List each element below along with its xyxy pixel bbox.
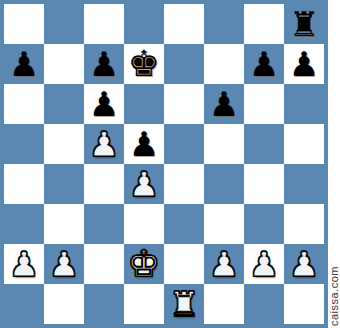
- piece-black-rook[interactable]: ♜: [289, 4, 319, 44]
- piece-white-pawn[interactable]: ♟: [49, 244, 79, 284]
- square-c2[interactable]: [84, 244, 124, 284]
- square-c4[interactable]: [84, 164, 124, 204]
- piece-black-pawn[interactable]: ♟: [89, 84, 119, 124]
- piece-black-pawn[interactable]: ♟: [209, 84, 239, 124]
- square-h4[interactable]: [284, 164, 324, 204]
- square-g3[interactable]: [244, 204, 284, 244]
- piece-black-pawn[interactable]: ♟: [89, 44, 119, 84]
- square-e7[interactable]: [164, 44, 204, 84]
- piece-white-rook[interactable]: ♜: [169, 284, 199, 324]
- square-b1[interactable]: [44, 284, 84, 324]
- piece-white-pawn[interactable]: ♟: [89, 124, 119, 164]
- square-c7[interactable]: ♟: [84, 44, 124, 84]
- square-a2[interactable]: ♟: [4, 244, 44, 284]
- square-g1[interactable]: [244, 284, 284, 324]
- square-a3[interactable]: [4, 204, 44, 244]
- square-f8[interactable]: [204, 4, 244, 44]
- square-e2[interactable]: [164, 244, 204, 284]
- square-a6[interactable]: [4, 84, 44, 124]
- square-g8[interactable]: [244, 4, 284, 44]
- square-b3[interactable]: [44, 204, 84, 244]
- square-c5[interactable]: ♟: [84, 124, 124, 164]
- square-a5[interactable]: [4, 124, 44, 164]
- piece-black-pawn[interactable]: ♟: [289, 44, 319, 84]
- square-c1[interactable]: [84, 284, 124, 324]
- square-g4[interactable]: [244, 164, 284, 204]
- piece-black-pawn[interactable]: ♟: [9, 44, 39, 84]
- square-b7[interactable]: [44, 44, 84, 84]
- square-d4[interactable]: ♟: [124, 164, 164, 204]
- square-f5[interactable]: [204, 124, 244, 164]
- square-h5[interactable]: [284, 124, 324, 164]
- square-g2[interactable]: ♟: [244, 244, 284, 284]
- square-a4[interactable]: [4, 164, 44, 204]
- chess-diagram: ♜♟♟♚♟♟♟♟♟♟♟♟♟♚♟♟♟♜ caissa.com: [0, 0, 340, 328]
- piece-white-pawn[interactable]: ♟: [129, 164, 159, 204]
- square-h3[interactable]: [284, 204, 324, 244]
- square-d8[interactable]: [124, 4, 164, 44]
- square-h2[interactable]: ♟: [284, 244, 324, 284]
- square-b4[interactable]: [44, 164, 84, 204]
- square-h1[interactable]: [284, 284, 324, 324]
- square-g6[interactable]: [244, 84, 284, 124]
- square-e6[interactable]: [164, 84, 204, 124]
- square-e5[interactable]: [164, 124, 204, 164]
- square-f6[interactable]: ♟: [204, 84, 244, 124]
- square-f4[interactable]: [204, 164, 244, 204]
- square-a1[interactable]: [4, 284, 44, 324]
- piece-black-pawn[interactable]: ♟: [129, 124, 159, 164]
- square-d1[interactable]: [124, 284, 164, 324]
- square-b6[interactable]: [44, 84, 84, 124]
- square-a7[interactable]: ♟: [4, 44, 44, 84]
- piece-black-pawn[interactable]: ♟: [249, 44, 279, 84]
- square-b5[interactable]: [44, 124, 84, 164]
- piece-white-pawn[interactable]: ♟: [289, 244, 319, 284]
- square-h8[interactable]: ♜: [284, 4, 324, 44]
- square-g5[interactable]: [244, 124, 284, 164]
- square-f2[interactable]: ♟: [204, 244, 244, 284]
- square-d5[interactable]: ♟: [124, 124, 164, 164]
- square-d6[interactable]: [124, 84, 164, 124]
- square-e1[interactable]: ♜: [164, 284, 204, 324]
- side-strip: caissa.com: [328, 0, 340, 328]
- square-a8[interactable]: [4, 4, 44, 44]
- piece-black-king[interactable]: ♚: [128, 44, 160, 84]
- square-d2[interactable]: ♚: [124, 244, 164, 284]
- piece-white-pawn[interactable]: ♟: [9, 244, 39, 284]
- site-watermark: caissa.com: [328, 266, 340, 328]
- square-f3[interactable]: [204, 204, 244, 244]
- square-b2[interactable]: ♟: [44, 244, 84, 284]
- square-d7[interactable]: ♚: [124, 44, 164, 84]
- square-h7[interactable]: ♟: [284, 44, 324, 84]
- square-b8[interactable]: [44, 4, 84, 44]
- square-g7[interactable]: ♟: [244, 44, 284, 84]
- square-h6[interactable]: [284, 84, 324, 124]
- square-c8[interactable]: [84, 4, 124, 44]
- square-e8[interactable]: [164, 4, 204, 44]
- chess-board: ♜♟♟♚♟♟♟♟♟♟♟♟♟♚♟♟♟♜: [0, 0, 328, 328]
- square-c3[interactable]: [84, 204, 124, 244]
- square-e4[interactable]: [164, 164, 204, 204]
- square-c6[interactable]: ♟: [84, 84, 124, 124]
- piece-white-pawn[interactable]: ♟: [209, 244, 239, 284]
- piece-white-king[interactable]: ♚: [128, 244, 160, 284]
- piece-white-pawn[interactable]: ♟: [249, 244, 279, 284]
- square-e3[interactable]: [164, 204, 204, 244]
- square-d3[interactable]: [124, 204, 164, 244]
- square-f1[interactable]: [204, 284, 244, 324]
- square-f7[interactable]: [204, 44, 244, 84]
